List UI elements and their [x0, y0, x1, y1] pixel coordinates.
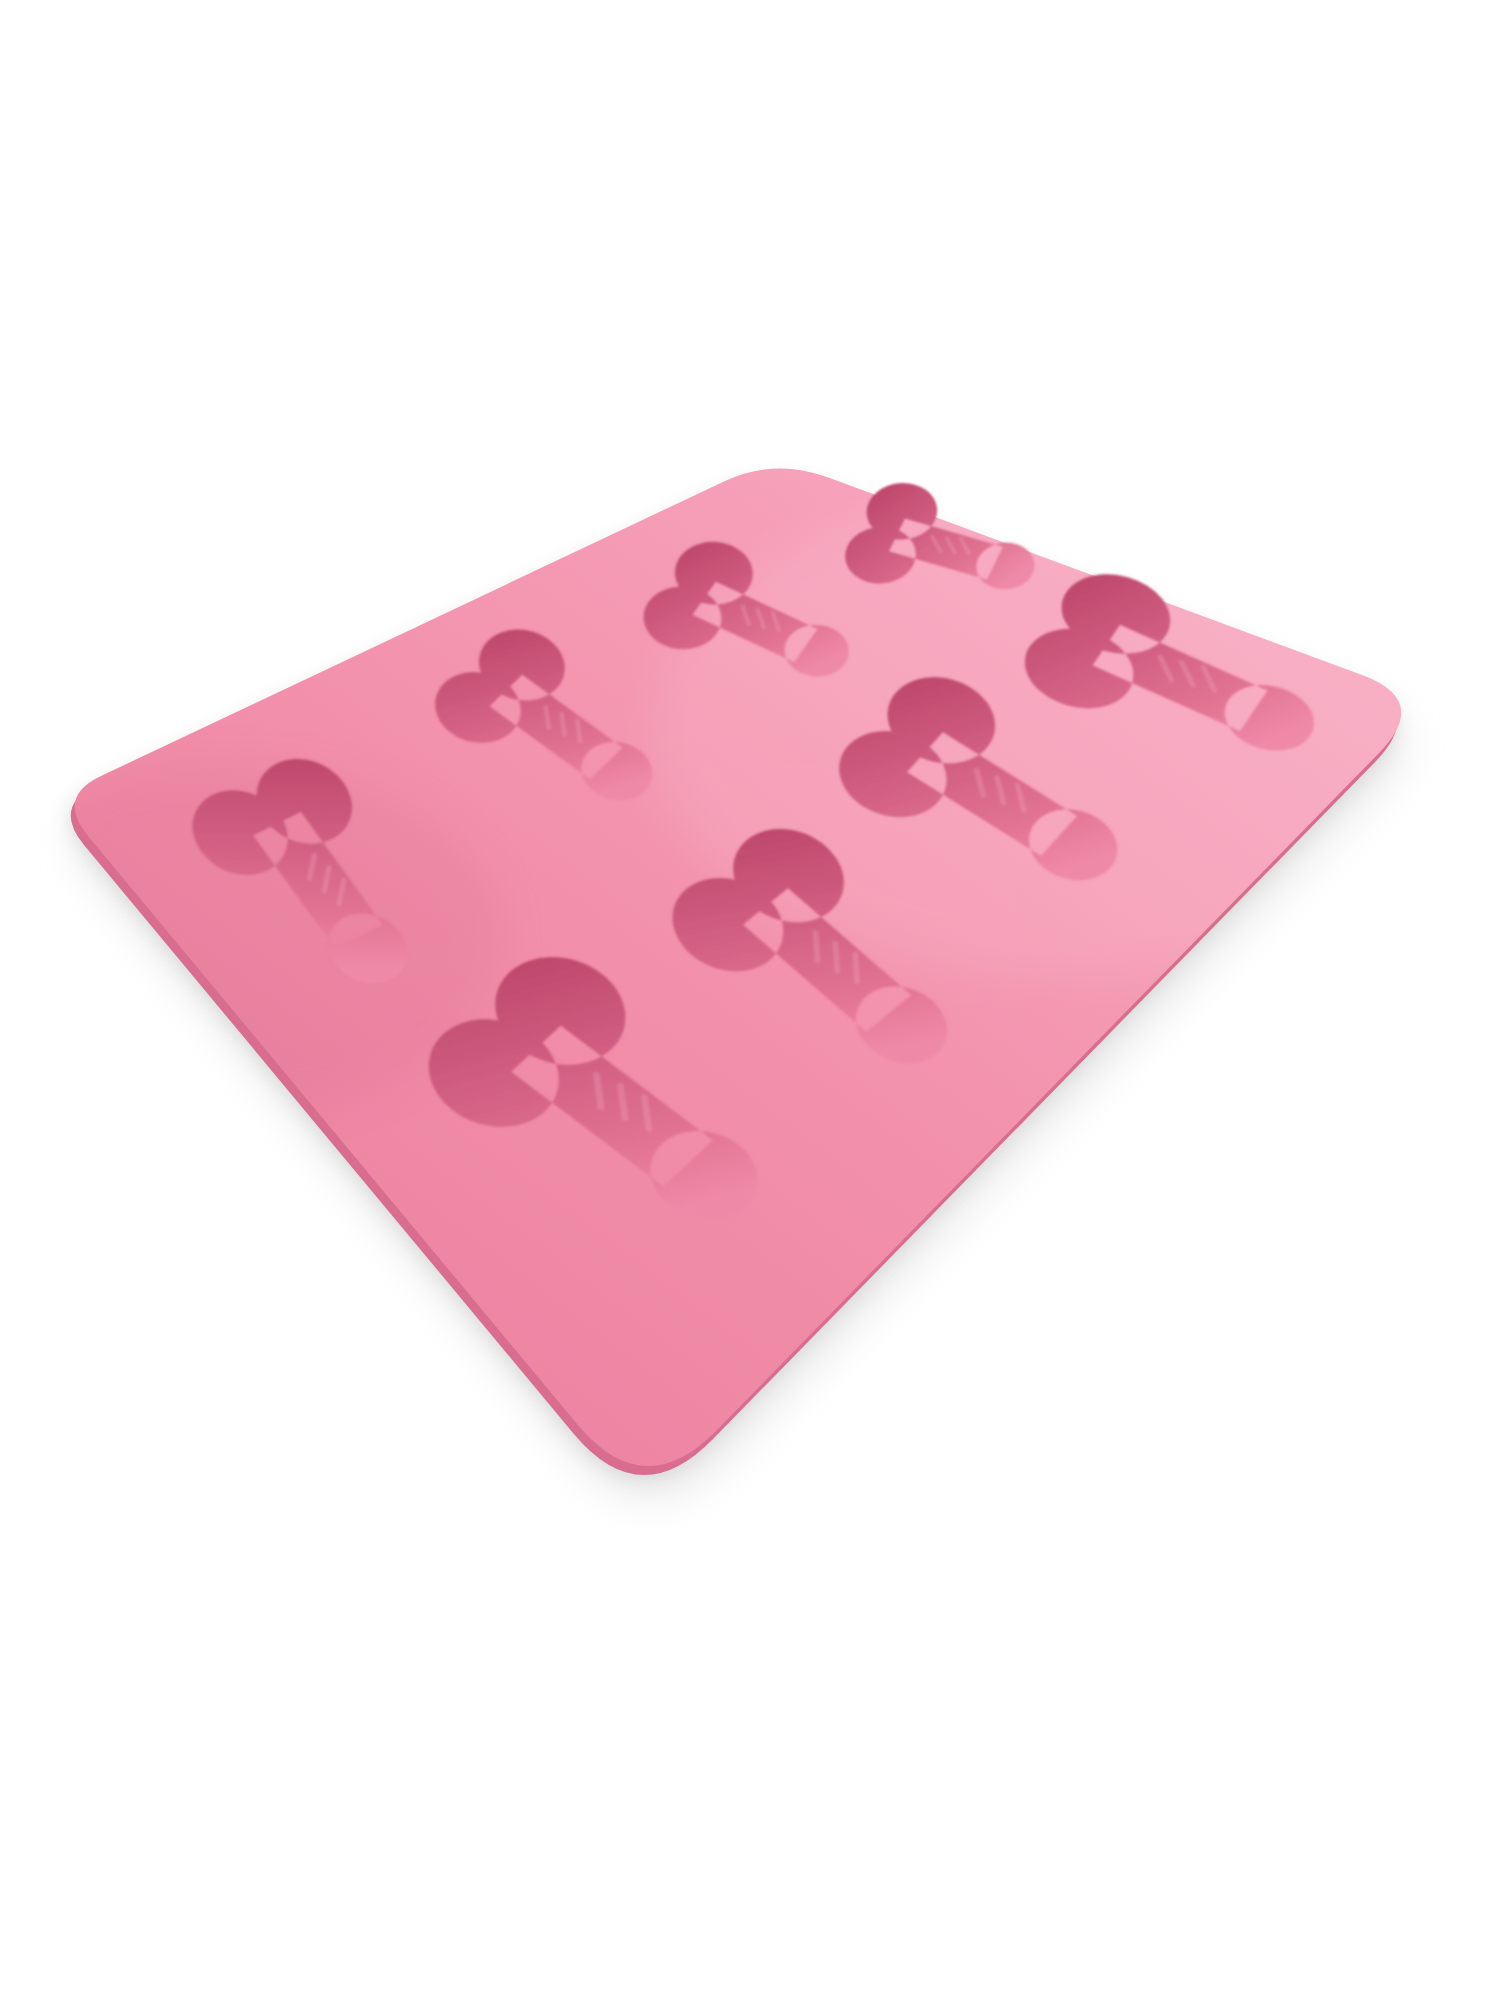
silicone-mold-photo — [0, 0, 1500, 2000]
product-photo — [0, 0, 1500, 2000]
surface-sheen-highlight — [650, 480, 1500, 980]
